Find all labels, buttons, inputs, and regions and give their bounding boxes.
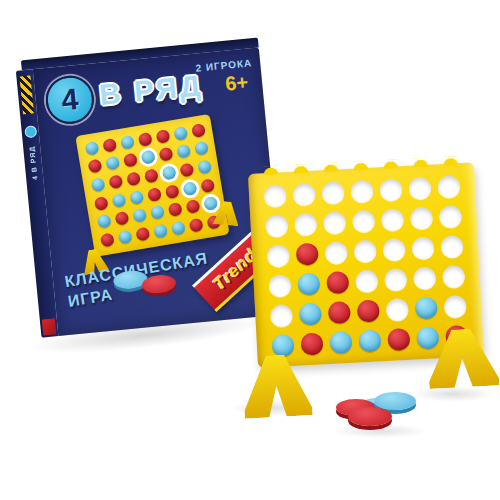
- box-art-cell: [117, 230, 132, 245]
- board-cell-r4c2-blue-disc: [298, 273, 321, 296]
- board-cell-r2c4-empty: [352, 210, 375, 233]
- box-art-cell: [93, 196, 108, 211]
- box-art-cell: [99, 233, 114, 248]
- box-art-cell: [161, 166, 176, 181]
- board-cell-r3c2-red-disc: [296, 243, 319, 266]
- board-cell-r5c4-red-disc: [357, 299, 380, 322]
- box-art-cell: [90, 178, 105, 193]
- box-art-cell: [185, 199, 200, 214]
- box-art-cell: [87, 159, 102, 174]
- board-cell-r3c6-empty: [411, 237, 434, 260]
- badge-number: 4: [60, 82, 80, 117]
- board-cell-r5c5-empty: [386, 298, 409, 321]
- box-art-cell: [135, 227, 150, 242]
- chips-shadow: [332, 424, 428, 438]
- box-art-cell: [203, 197, 218, 212]
- box-art-cell: [191, 123, 206, 138]
- box-art-cell: [114, 211, 129, 226]
- board-cell-r3c1-empty: [267, 244, 290, 267]
- box-art-cell: [143, 169, 158, 184]
- box-art-cell: [123, 153, 138, 168]
- board-cell-r2c2-empty: [294, 213, 317, 236]
- board-cell-r6c5-red-disc: [387, 328, 410, 351]
- loose-chip-red: [348, 407, 392, 426]
- board-cell-r1c4-empty: [350, 180, 373, 203]
- box-art-cell: [96, 214, 111, 229]
- board-cell-r1c2-empty: [293, 183, 316, 206]
- board-cell-r4c3-red-disc: [326, 271, 349, 294]
- box-art-cell: [105, 156, 120, 171]
- board-cell-r6c6-blue-disc: [416, 326, 439, 349]
- box-art-board: [75, 114, 229, 257]
- board-cell-r4c4-empty: [355, 270, 378, 293]
- board-cell-r2c5-empty: [381, 208, 404, 231]
- box-art-cell: [194, 141, 209, 156]
- board-cell-r1c3-empty: [322, 181, 345, 204]
- box-art-cell: [197, 160, 212, 175]
- spine-brand-patch: [42, 318, 56, 335]
- board-cell-r3c7-empty: [440, 235, 463, 258]
- board-cell-r2c1-empty: [266, 214, 289, 237]
- box-art-cell: [155, 129, 170, 144]
- board-cell-r2c3-empty: [323, 211, 346, 234]
- box-art-cell: [182, 181, 197, 196]
- box-art-cell: [129, 190, 144, 205]
- box-art-cell: [164, 184, 179, 199]
- board-cell-r6c3-blue-disc: [329, 331, 352, 354]
- box-art-cell: [179, 163, 194, 178]
- box-art-cell: [167, 202, 182, 217]
- spine-badge-icon: [24, 125, 37, 138]
- board-cell-r5c6-blue-disc: [414, 296, 437, 319]
- box-art-cell: [108, 175, 123, 190]
- box-art-cell: [126, 172, 141, 187]
- number-4-badge: 4: [44, 74, 96, 126]
- box-art-cell: [188, 218, 203, 233]
- box-art-cell: [137, 132, 152, 147]
- spine-stripes-decoration: [19, 76, 34, 115]
- board-cell-r5c7-empty: [443, 295, 466, 318]
- box-art-cell: [120, 135, 135, 150]
- board-cell-r1c7-empty: [437, 175, 460, 198]
- board-cell-r4c5-empty: [384, 268, 407, 291]
- board-cell-r1c1-empty: [264, 184, 287, 207]
- box-art-cell: [132, 208, 147, 223]
- board-cell-r4c7-empty: [442, 265, 465, 288]
- board-cell-r6c1-blue-disc: [272, 334, 295, 357]
- game-stand: [239, 146, 498, 426]
- board-cell-r6c2-red-disc: [301, 332, 324, 355]
- box-art-cell: [173, 126, 188, 141]
- box-art-cell: [84, 141, 99, 156]
- box-art-cell: [200, 178, 215, 193]
- box-art-cell: [140, 150, 155, 165]
- spine-title: 4 В РЯД: [28, 145, 38, 180]
- board-cell-r4c6-empty: [413, 267, 436, 290]
- box-art-cell: [147, 187, 162, 202]
- age-label: 6+: [224, 71, 249, 96]
- box-art-cell: [153, 224, 168, 239]
- board-cell-r3c4-empty: [354, 240, 377, 263]
- board-cell-r5c1-empty: [270, 304, 293, 327]
- box-art-cell: [176, 144, 191, 159]
- box-art-cell: [111, 193, 126, 208]
- board-cell-r3c3-empty: [325, 241, 348, 264]
- box-title: В РЯД: [98, 69, 205, 112]
- box-art-cell: [170, 221, 185, 236]
- board-cell-r3c5-empty: [382, 238, 405, 261]
- box-art-cell: [102, 138, 117, 153]
- board-cell-r5c2-blue-disc: [299, 303, 322, 326]
- box-art-cell: [150, 205, 165, 220]
- board-cell-r1c5-empty: [379, 178, 402, 201]
- board-cell-r1c6-empty: [408, 177, 431, 200]
- box-art-cell: [158, 147, 173, 162]
- board-cell-r2c7-empty: [438, 205, 461, 228]
- board-cell-r6c4-blue-disc: [358, 329, 381, 352]
- board-cell-r4c1-empty: [269, 274, 292, 297]
- board-cell-r5c3-red-disc: [328, 301, 351, 324]
- board-cell-r2c6-empty: [410, 207, 433, 230]
